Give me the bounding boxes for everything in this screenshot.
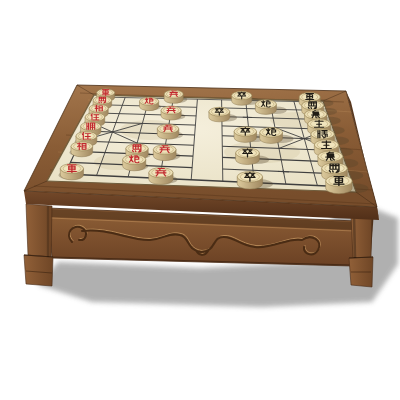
piece-black-cannon-e7[interactable] <box>260 128 283 144</box>
piece-red-cannon-h2[interactable] <box>123 155 146 171</box>
chariot-glyph <box>102 90 109 96</box>
piece-black-chariot-i9[interactable] <box>326 175 352 193</box>
piece-black-soldier-e6[interactable] <box>234 127 256 143</box>
elephant-glyph <box>326 152 335 160</box>
piece-black-soldier-c5[interactable] <box>209 107 230 121</box>
piece-red-cannon-b2[interactable] <box>139 97 158 110</box>
front-left-leg <box>24 204 53 286</box>
chariot-glyph <box>306 93 314 100</box>
piece-red-soldier-c3[interactable] <box>161 106 181 120</box>
chariot-glyph <box>334 176 344 185</box>
piece-black-cannon-b7[interactable] <box>255 100 276 115</box>
piece-red-soldier-g3[interactable] <box>153 145 176 161</box>
scene <box>0 0 400 400</box>
piece-red-soldier-e3[interactable] <box>157 124 178 139</box>
chariot-glyph <box>67 165 76 173</box>
piece-red-chariot-i0[interactable] <box>60 164 83 180</box>
elephant-glyph <box>312 110 320 117</box>
piece-black-soldier-i6[interactable] <box>237 171 262 189</box>
piece-red-soldier-i3[interactable] <box>149 168 173 185</box>
piece-red-soldier-a3[interactable] <box>164 90 183 103</box>
front-right-leg <box>349 214 373 287</box>
piece-red-elephant-g0[interactable] <box>71 142 93 157</box>
piece-black-soldier-a6[interactable] <box>232 91 252 105</box>
piece-black-soldier-g6[interactable] <box>236 148 260 165</box>
